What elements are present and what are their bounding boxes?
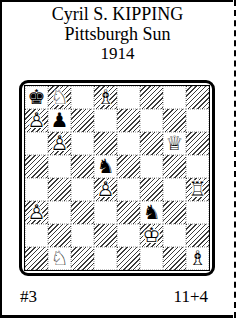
square-e4[interactable] [117, 178, 140, 201]
square-a4[interactable] [25, 178, 48, 201]
black-king: ♚♚ [25, 86, 48, 109]
newspaper-clipping: Cyril S. KIPPING Pittsburgh Sun 1914 ♚♚♞… [0, 0, 241, 318]
square-c1[interactable] [71, 247, 94, 270]
piece-glyph: ♞ [97, 154, 115, 178]
square-a7[interactable]: ♟♙ [25, 109, 48, 132]
problem-caption: #3 11+4 [20, 287, 208, 307]
square-c6[interactable] [71, 132, 94, 155]
square-d8[interactable]: ♝♗ [94, 86, 117, 109]
square-d4[interactable]: ♟♙ [94, 178, 117, 201]
square-f5[interactable] [140, 155, 163, 178]
square-c3[interactable] [71, 201, 94, 224]
square-h1[interactable]: ♝♗ [186, 247, 209, 270]
material-count: 11+4 [174, 287, 208, 307]
problem-header: Cyril S. KIPPING Pittsburgh Sun 1914 [0, 4, 235, 64]
square-b6[interactable]: ♟♙ [48, 132, 71, 155]
square-d3[interactable] [94, 201, 117, 224]
square-c2[interactable] [71, 224, 94, 247]
white-pawn: ♟♙ [25, 109, 48, 132]
square-e8[interactable] [117, 86, 140, 109]
square-f1[interactable] [140, 247, 163, 270]
square-e6[interactable] [117, 132, 140, 155]
square-d2[interactable] [94, 224, 117, 247]
piece-glyph: ♟ [51, 108, 69, 132]
square-e5[interactable] [117, 155, 140, 178]
square-a5[interactable] [25, 155, 48, 178]
white-bishop: ♝♗ [186, 247, 209, 270]
square-e7[interactable] [117, 109, 140, 132]
white-pawn: ♟♙ [94, 178, 117, 201]
square-f2[interactable]: ♚♔ [140, 224, 163, 247]
piece-glyph: ♖ [189, 177, 207, 201]
square-h2[interactable] [186, 224, 209, 247]
stipulation-mate-in-3: #3 [20, 287, 37, 307]
square-h6[interactable] [186, 132, 209, 155]
square-h8[interactable] [186, 86, 209, 109]
square-d7[interactable] [94, 109, 117, 132]
square-f4[interactable] [140, 178, 163, 201]
white-queen: ♛♕ [163, 132, 186, 155]
white-knight: ♞♘ [48, 247, 71, 270]
white-pawn: ♟♙ [25, 201, 48, 224]
square-a1[interactable] [25, 247, 48, 270]
piece-glyph: ♘ [51, 246, 69, 270]
chess-board: ♚♚♞♘♝♗♟♙♟♟♟♙♛♕♞♞♟♙♜♖♟♙♞♞♚♔♞♘♝♗ [24, 85, 210, 271]
problem-source: Pittsburgh Sun [0, 24, 235, 44]
square-e1[interactable] [117, 247, 140, 270]
piece-glyph: ♘ [51, 85, 69, 109]
piece-glyph: ♙ [28, 200, 46, 224]
square-b2[interactable] [48, 224, 71, 247]
square-e2[interactable] [117, 224, 140, 247]
white-knight: ♞♘ [48, 86, 71, 109]
square-h3[interactable] [186, 201, 209, 224]
black-knight: ♞♞ [94, 155, 117, 178]
square-g5[interactable] [163, 155, 186, 178]
white-rook: ♜♖ [186, 178, 209, 201]
problem-author: Cyril S. KIPPING [0, 4, 235, 24]
square-f8[interactable] [140, 86, 163, 109]
piece-glyph: ♙ [51, 131, 69, 155]
square-b7[interactable]: ♟♟ [48, 109, 71, 132]
problem-year: 1914 [0, 44, 235, 64]
black-pawn: ♟♟ [48, 109, 71, 132]
square-b4[interactable] [48, 178, 71, 201]
piece-glyph: ♙ [97, 177, 115, 201]
square-c4[interactable] [71, 178, 94, 201]
square-b3[interactable] [48, 201, 71, 224]
square-e3[interactable] [117, 201, 140, 224]
square-b8[interactable]: ♞♘ [48, 86, 71, 109]
square-f7[interactable] [140, 109, 163, 132]
piece-glyph: ♞ [143, 200, 161, 224]
square-c7[interactable] [71, 109, 94, 132]
piece-glyph: ♙ [28, 108, 46, 132]
piece-glyph: ♗ [97, 85, 115, 109]
square-f6[interactable] [140, 132, 163, 155]
square-g3[interactable] [163, 201, 186, 224]
white-bishop: ♝♗ [94, 86, 117, 109]
square-h7[interactable] [186, 109, 209, 132]
square-g4[interactable] [163, 178, 186, 201]
square-d6[interactable] [94, 132, 117, 155]
white-king: ♚♔ [140, 224, 163, 247]
square-b5[interactable] [48, 155, 71, 178]
square-a8[interactable]: ♚♚ [25, 86, 48, 109]
square-g8[interactable] [163, 86, 186, 109]
piece-glyph: ♔ [143, 223, 161, 247]
chess-board-frame: ♚♚♞♘♝♗♟♙♟♟♟♙♛♕♞♞♟♙♜♖♟♙♞♞♚♔♞♘♝♗ [19, 80, 215, 276]
square-g6[interactable]: ♛♕ [163, 132, 186, 155]
square-a2[interactable] [25, 224, 48, 247]
piece-glyph: ♚ [28, 85, 46, 109]
square-h4[interactable]: ♜♖ [186, 178, 209, 201]
square-d1[interactable] [94, 247, 117, 270]
square-b1[interactable]: ♞♘ [48, 247, 71, 270]
piece-glyph: ♗ [189, 246, 207, 270]
square-f3[interactable]: ♞♞ [140, 201, 163, 224]
square-a3[interactable]: ♟♙ [25, 201, 48, 224]
square-g2[interactable] [163, 224, 186, 247]
piece-glyph: ♕ [166, 131, 184, 155]
square-c8[interactable] [71, 86, 94, 109]
black-knight: ♞♞ [140, 201, 163, 224]
square-c5[interactable] [71, 155, 94, 178]
square-g1[interactable] [163, 247, 186, 270]
square-h5[interactable] [186, 155, 209, 178]
white-pawn: ♟♙ [48, 132, 71, 155]
square-d5[interactable]: ♞♞ [94, 155, 117, 178]
square-a6[interactable] [25, 132, 48, 155]
square-g7[interactable] [163, 109, 186, 132]
